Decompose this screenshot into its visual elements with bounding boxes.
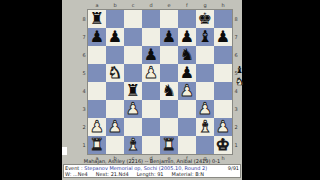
- square-f5: ♟: [178, 64, 196, 82]
- rank-label-1: 1: [81, 136, 87, 154]
- black-pawn-b7: ♟: [108, 28, 122, 46]
- captured-pieces-tray: ♝♞: [235, 64, 243, 87]
- square-e8: [160, 10, 178, 28]
- square-a2: ♟: [88, 118, 106, 136]
- white-pawn-b2: ♟: [108, 118, 122, 136]
- square-e2: [160, 118, 178, 136]
- square-e6: [160, 46, 178, 64]
- square-b5: ♞: [106, 64, 124, 82]
- square-d7: [142, 28, 160, 46]
- square-b7: ♟: [106, 28, 124, 46]
- game-length: Length: 91: [137, 171, 164, 177]
- chess-viewer-panel: abcdefgh 87654321 87654321 ♜♚♟♟♟♟♝♟♟♞♞♟♟…: [62, 0, 242, 180]
- square-f4: ♟: [178, 82, 196, 100]
- square-c8: [124, 10, 142, 28]
- black-pawn-f7: ♟: [180, 28, 194, 46]
- black-king-g8: ♚: [198, 10, 212, 28]
- square-a3: [88, 100, 106, 118]
- square-a8: ♜: [88, 10, 106, 28]
- square-a4: [88, 82, 106, 100]
- square-b1: [106, 136, 124, 154]
- square-e5: [160, 64, 178, 82]
- black-rook-a8: ♜: [90, 10, 104, 28]
- status-line: W: ...Ne4 Next: 21.Nd4 Length: 91 Materi…: [65, 171, 239, 177]
- square-c4: ♜: [124, 82, 142, 100]
- event-progress: 9/91: [228, 165, 239, 171]
- square-h7: ♟: [214, 28, 232, 46]
- square-d6: ♟: [142, 46, 160, 64]
- square-a6: [88, 46, 106, 64]
- black-pawn-f5: ♟: [180, 64, 194, 82]
- file-label-h: h: [214, 2, 232, 8]
- white-pawn-h2: ♟: [216, 118, 230, 136]
- square-f1: [178, 136, 196, 154]
- black-rook-c4: ♜: [126, 82, 140, 100]
- captured-black-bishop: ♝: [235, 64, 243, 75]
- square-b2: ♟: [106, 118, 124, 136]
- square-d1: [142, 136, 160, 154]
- rank-label-8: 8: [81, 10, 87, 28]
- white-pawn-a2: ♟: [90, 118, 104, 136]
- square-d4: [142, 82, 160, 100]
- rank-label-2: 2: [233, 118, 239, 136]
- file-label-g: g: [196, 2, 214, 8]
- square-a1: ♜: [88, 136, 106, 154]
- square-f6: ♞: [178, 46, 196, 64]
- square-g4: [196, 82, 214, 100]
- rank-label-5: 5: [81, 64, 87, 82]
- square-h6: [214, 46, 232, 64]
- square-e7: ♟: [160, 28, 178, 46]
- white-king-h1: ♚: [216, 136, 230, 154]
- square-g6: [196, 46, 214, 64]
- square-g5: [196, 64, 214, 82]
- rank-label-8: 8: [233, 10, 239, 28]
- square-f7: ♟: [178, 28, 196, 46]
- white-pawn-d5: ♟: [144, 64, 158, 82]
- square-g7: ♝: [196, 28, 214, 46]
- square-e1: ♜: [160, 136, 178, 154]
- square-b6: [106, 46, 124, 64]
- file-label-b: b: [106, 2, 124, 8]
- rank-label-6: 6: [233, 46, 239, 64]
- square-h2: ♟: [214, 118, 232, 136]
- square-c2: [124, 118, 142, 136]
- rank-label-1: 1: [233, 136, 239, 154]
- black-pawn-h7: ♟: [216, 28, 230, 46]
- black-bishop-g7: ♝: [198, 28, 212, 46]
- board: ♜♚♟♟♟♟♝♟♟♞♞♟♟♜♞♟♟♟♟♟♝♟♜♝♜♚: [88, 10, 232, 154]
- white-bishop-g2: ♝: [198, 118, 212, 136]
- black-pawn-d6: ♟: [144, 46, 158, 64]
- rank-label-3: 3: [233, 100, 239, 118]
- rank-label-7: 7: [233, 28, 239, 46]
- square-a5: [88, 64, 106, 82]
- square-g8: ♚: [196, 10, 214, 28]
- white-knight-b5: ♞: [108, 64, 122, 82]
- material-balance: Material: B:N: [172, 171, 204, 177]
- square-b4: [106, 82, 124, 100]
- square-f3: [178, 100, 196, 118]
- white-pawn-f4: ♟: [180, 82, 194, 100]
- rank-label-6: 6: [81, 46, 87, 64]
- rank-labels-left: 87654321: [81, 10, 87, 154]
- square-g3: ♟: [196, 100, 214, 118]
- file-label-a: a: [88, 2, 106, 8]
- square-b8: [106, 10, 124, 28]
- square-h1: ♚: [214, 136, 232, 154]
- rank-label-2: 2: [81, 118, 87, 136]
- square-c7: [124, 28, 142, 46]
- square-d5: ♟: [142, 64, 160, 82]
- square-c6: [124, 46, 142, 64]
- square-c1: ♝: [124, 136, 142, 154]
- white-pawn-g3: ♟: [198, 100, 212, 118]
- file-label-d: d: [142, 2, 160, 8]
- rank-label-7: 7: [81, 28, 87, 46]
- white-bishop-c1: ♝: [126, 136, 140, 154]
- square-a7: ♟: [88, 28, 106, 46]
- white-rook-a1: ♜: [90, 136, 104, 154]
- side-patch: [62, 147, 67, 155]
- captured-white-knight: ♞: [235, 76, 243, 87]
- square-h3: [214, 100, 232, 118]
- square-d8: [142, 10, 160, 28]
- square-g2: ♝: [196, 118, 214, 136]
- black-knight-e4: ♞: [162, 82, 176, 100]
- file-labels-top: abcdefgh: [88, 2, 232, 8]
- next-move: Next: 21.Nd4: [96, 171, 129, 177]
- black-knight-f6: ♞: [180, 46, 194, 64]
- game-info-box: Event : Stepanov Memorial op, Sochi (200…: [63, 164, 241, 178]
- last-move: W: ...Ne4: [65, 171, 88, 177]
- black-pawn-e7: ♟: [162, 28, 176, 46]
- square-d2: [142, 118, 160, 136]
- square-d3: [142, 100, 160, 118]
- square-g1: [196, 136, 214, 154]
- file-label-e: e: [160, 2, 178, 8]
- square-e3: [160, 100, 178, 118]
- rank-label-3: 3: [81, 100, 87, 118]
- file-label-f: f: [178, 2, 196, 8]
- square-c5: [124, 64, 142, 82]
- square-f8: [178, 10, 196, 28]
- square-h8: [214, 10, 232, 28]
- square-f2: [178, 118, 196, 136]
- square-h4: [214, 82, 232, 100]
- white-pawn-c3: ♟: [126, 100, 140, 118]
- square-e4: ♞: [160, 82, 178, 100]
- square-h5: [214, 64, 232, 82]
- square-b3: [106, 100, 124, 118]
- rank-label-4: 4: [81, 82, 87, 100]
- square-c3: ♟: [124, 100, 142, 118]
- video-frame: abcdefgh 87654321 87654321 ♜♚♟♟♟♟♝♟♟♞♞♟♟…: [0, 0, 320, 180]
- black-pawn-a7: ♟: [90, 28, 104, 46]
- file-label-c: c: [124, 2, 142, 8]
- white-rook-e1: ♜: [162, 136, 176, 154]
